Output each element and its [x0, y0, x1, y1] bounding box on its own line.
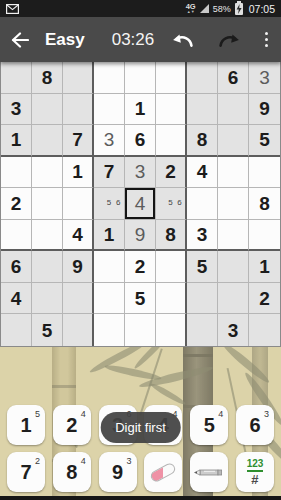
- cell-r9c2[interactable]: 5: [32, 314, 63, 346]
- undo-button[interactable]: [171, 32, 194, 47]
- cell-r1c1[interactable]: [1, 62, 32, 94]
- digit-key-8[interactable]: 84: [53, 452, 91, 492]
- cell-r5c5[interactable]: 4: [125, 188, 156, 220]
- given-digit: 1: [135, 99, 146, 118]
- gmail-envelope-icon: [6, 4, 19, 14]
- sudoku-grid: 863319173685173242564568419836925145253: [0, 62, 281, 347]
- given-digit: 7: [104, 162, 115, 181]
- key-digit-label: 2: [66, 415, 77, 435]
- cell-r2c1[interactable]: 3: [1, 94, 32, 126]
- cell-r4c3[interactable]: 1: [63, 157, 94, 189]
- cell-r7c6[interactable]: [156, 251, 187, 283]
- cell-r6c1[interactable]: [1, 220, 32, 252]
- given-digit: 6: [135, 130, 146, 149]
- cell-r6c2[interactable]: [32, 220, 63, 252]
- given-digit: 1: [72, 162, 83, 181]
- given-digit: 5: [135, 289, 146, 308]
- digit-key-1[interactable]: 15: [7, 405, 45, 445]
- user-digit: 3: [259, 68, 270, 87]
- given-digit: 5: [42, 321, 53, 340]
- cell-r6c9[interactable]: [249, 220, 280, 252]
- clock-time: 07:05: [249, 3, 275, 15]
- cell-r8c2[interactable]: [32, 283, 63, 315]
- network-type-icon: 4G ▲▼: [186, 3, 196, 15]
- cell-r2c5[interactable]: 1: [125, 94, 156, 126]
- cell-r5c6[interactable]: 56: [156, 188, 187, 220]
- key-digit-label: 5: [204, 415, 215, 435]
- given-digit: 9: [259, 99, 270, 118]
- cell-r2c7[interactable]: [187, 94, 218, 126]
- cell-r2c3[interactable]: [63, 94, 94, 126]
- cell-r4c8[interactable]: [218, 157, 249, 189]
- cell-r5c9[interactable]: 8: [249, 188, 280, 220]
- user-digit: 9: [135, 225, 146, 244]
- given-digit: 2: [259, 289, 270, 308]
- key-digit-label: 1: [20, 415, 31, 435]
- cell-r1c5[interactable]: [125, 62, 156, 94]
- digit-key-2[interactable]: 24: [53, 405, 91, 445]
- cell-r1c2[interactable]: 8: [32, 62, 63, 94]
- cell-r5c1[interactable]: 2: [1, 188, 32, 220]
- key-count-badge: 4: [81, 409, 86, 419]
- given-digit: 3: [11, 99, 22, 118]
- cell-r9c9[interactable]: [249, 314, 280, 346]
- cell-r8c5[interactable]: 5: [125, 283, 156, 315]
- cell-r7c7[interactable]: 5: [187, 251, 218, 283]
- cell-r8c9[interactable]: 2: [249, 283, 280, 315]
- given-digit: 6: [228, 68, 239, 87]
- status-bar: 4G ▲▼ 58% 07:05: [0, 0, 281, 17]
- cell-r3c1[interactable]: 1: [1, 125, 32, 157]
- cell-r8c6[interactable]: [156, 283, 187, 315]
- cell-r1c4[interactable]: [94, 62, 125, 94]
- pencil-icon: [194, 468, 224, 477]
- cell-r5c8[interactable]: [218, 188, 249, 220]
- cell-r7c1[interactable]: 6: [1, 251, 32, 283]
- user-digit: 3: [135, 162, 146, 181]
- digit-key-9[interactable]: 93: [99, 452, 137, 492]
- cell-r9c5[interactable]: [125, 314, 156, 346]
- key-count-badge: 4: [81, 456, 86, 466]
- cell-r9c7[interactable]: [187, 314, 218, 346]
- given-digit: 8: [197, 130, 208, 149]
- cell-r4c6[interactable]: 2: [156, 157, 187, 189]
- cell-r1c3[interactable]: [63, 62, 94, 94]
- cell-r8c3[interactable]: [63, 283, 94, 315]
- cell-r6c8[interactable]: [218, 220, 249, 252]
- cell-r7c9[interactable]: 1: [249, 251, 280, 283]
- cell-r8c4[interactable]: [94, 283, 125, 315]
- given-digit: 7: [72, 130, 83, 149]
- cell-r3c4[interactable]: 3: [94, 125, 125, 157]
- cell-r5c3[interactable]: [63, 188, 94, 220]
- cell-r2c9[interactable]: 9: [249, 94, 280, 126]
- pencil-button[interactable]: [190, 452, 228, 492]
- given-digit: 2: [165, 162, 176, 181]
- cell-r2c8[interactable]: [218, 94, 249, 126]
- input-mode-button[interactable]: 123 #: [236, 452, 274, 492]
- user-digit: 4: [135, 194, 146, 213]
- cell-r3c5[interactable]: 6: [125, 125, 156, 157]
- cell-r7c2[interactable]: [32, 251, 63, 283]
- cell-r3c2[interactable]: [32, 125, 63, 157]
- cell-r4c5[interactable]: 3: [125, 157, 156, 189]
- game-timer: 03:26: [112, 30, 155, 50]
- cell-r6c5[interactable]: 9: [125, 220, 156, 252]
- cell-r8c8[interactable]: [218, 283, 249, 315]
- cell-r3c3[interactable]: 7: [63, 125, 94, 157]
- bottom-edge-strip: [0, 496, 281, 500]
- cell-r5c4[interactable]: 56: [94, 188, 125, 220]
- given-digit: 3: [197, 225, 208, 244]
- given-digit: 8: [42, 68, 53, 87]
- overflow-menu-button[interactable]: [263, 30, 271, 50]
- cell-r3c9[interactable]: 5: [249, 125, 280, 157]
- input-mode-icon: 123 #: [247, 459, 264, 486]
- cell-r9c3[interactable]: [63, 314, 94, 346]
- key-count-badge: 2: [35, 456, 40, 466]
- cell-r4c2[interactable]: [32, 157, 63, 189]
- eraser-button[interactable]: [144, 452, 182, 492]
- cell-r3c8[interactable]: [218, 125, 249, 157]
- cell-r3c6[interactable]: [156, 125, 187, 157]
- digit-key-7[interactable]: 72: [7, 452, 45, 492]
- pencil-marks: 56: [157, 189, 184, 218]
- battery-percent: 58%: [213, 4, 231, 14]
- key-count-badge: 5: [35, 409, 40, 419]
- cell-r4c1[interactable]: [1, 157, 32, 189]
- given-digit: 4: [197, 162, 208, 181]
- cell-r5c2[interactable]: [32, 188, 63, 220]
- cell-r2c4[interactable]: [94, 94, 125, 126]
- cell-r8c1[interactable]: 4: [1, 283, 32, 315]
- given-digit: 8: [165, 225, 176, 244]
- key-digit-label: 9: [112, 462, 123, 482]
- cell-r8c7[interactable]: [187, 283, 218, 315]
- cell-r4c7[interactable]: 4: [187, 157, 218, 189]
- cell-r9c6[interactable]: [156, 314, 187, 346]
- cell-r6c6[interactable]: 8: [156, 220, 187, 252]
- cell-r9c8[interactable]: 3: [218, 314, 249, 346]
- eraser-icon: [149, 461, 177, 483]
- cell-r4c9[interactable]: [249, 157, 280, 189]
- cell-r7c5[interactable]: 2: [125, 251, 156, 283]
- difficulty-label: Easy: [45, 30, 85, 50]
- cell-r9c1[interactable]: [1, 314, 32, 346]
- signal-strength-icon: [200, 4, 209, 13]
- redo-button[interactable]: [218, 32, 241, 47]
- cell-r5c7[interactable]: [187, 188, 218, 220]
- cell-r7c3[interactable]: 9: [63, 251, 94, 283]
- given-digit: 5: [197, 257, 208, 276]
- cell-r1c8[interactable]: 6: [218, 62, 249, 94]
- cell-r7c4[interactable]: [94, 251, 125, 283]
- given-digit: 1: [11, 130, 22, 149]
- key-digit-label: 8: [66, 462, 77, 482]
- given-digit: 5: [259, 130, 270, 149]
- cell-r4c4[interactable]: 7: [94, 157, 125, 189]
- toast-message: Digit first: [100, 412, 181, 443]
- cell-r1c6[interactable]: [156, 62, 187, 94]
- cell-r3c7[interactable]: 8: [187, 125, 218, 157]
- app-bar: Easy 03:26: [0, 17, 281, 62]
- given-digit: 2: [11, 194, 22, 213]
- key-digit-label: 7: [20, 462, 31, 482]
- key-count-badge: 4: [218, 409, 223, 419]
- given-digit: 1: [104, 225, 115, 244]
- key-count-badge: 3: [127, 456, 132, 466]
- digit-key-5[interactable]: 54: [190, 405, 228, 445]
- cell-r1c7[interactable]: [187, 62, 218, 94]
- cell-r1c9[interactable]: 3: [249, 62, 280, 94]
- cell-r2c6[interactable]: [156, 94, 187, 126]
- given-digit: 6: [11, 257, 22, 276]
- cell-r9c4[interactable]: [94, 314, 125, 346]
- given-digit: 1: [259, 257, 270, 276]
- user-digit: 3: [104, 130, 115, 149]
- given-digit: 4: [72, 225, 83, 244]
- back-button[interactable]: [11, 32, 29, 48]
- key-digit-label: 6: [249, 415, 260, 435]
- given-digit: 9: [72, 257, 83, 276]
- given-digit: 2: [135, 257, 146, 276]
- keypad-row-2: 728493 123 #: [0, 452, 281, 492]
- digit-key-6[interactable]: 63: [236, 405, 274, 445]
- given-digit: 4: [11, 289, 22, 308]
- given-digit: 3: [228, 321, 239, 340]
- cell-r2c2[interactable]: [32, 94, 63, 126]
- cell-r6c4[interactable]: 1: [94, 220, 125, 252]
- cell-r6c7[interactable]: 3: [187, 220, 218, 252]
- pencil-marks: 56: [95, 189, 123, 218]
- cell-r7c8[interactable]: [218, 251, 249, 283]
- key-count-badge: 3: [264, 409, 269, 419]
- cell-r6c3[interactable]: 4: [63, 220, 94, 252]
- battery-charging-icon: [235, 3, 243, 15]
- given-digit: 8: [259, 194, 270, 213]
